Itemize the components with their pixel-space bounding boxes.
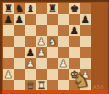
square-b8[interactable]: ♞ — [14, 3, 25, 14]
white-pawn[interactable]: ♟ — [58, 58, 69, 69]
black-pawn[interactable]: ♟ — [69, 25, 80, 36]
black-rook[interactable]: ♜ — [47, 3, 58, 14]
black-pawn[interactable]: ♟ — [14, 14, 25, 25]
window-bottom-edge — [0, 90, 109, 94]
square-e8[interactable]: ♜ — [47, 3, 58, 14]
black-pawn[interactable]: ♟ — [25, 47, 36, 58]
square-f3[interactable]: ♟ — [58, 58, 69, 69]
square-h8[interactable] — [80, 3, 91, 14]
white-pawn[interactable]: ♟ — [25, 58, 36, 69]
chess-app-window: ♜♞♝♜♚♟♟♟♟♟♞♟♟♟♟♟♚♟♛♜ ♞ A50 — [0, 0, 109, 94]
square-h3[interactable] — [80, 58, 91, 69]
square-f6[interactable] — [58, 25, 69, 36]
square-h5[interactable] — [80, 36, 91, 47]
square-d8[interactable] — [36, 3, 47, 14]
chess-board: ♜♞♝♜♚♟♟♟♟♟♞♟♟♟♟♟♚♟♛♜ — [3, 3, 91, 91]
square-e6[interactable] — [47, 25, 58, 36]
square-g4[interactable] — [69, 47, 80, 58]
square-c4[interactable]: ♟ — [25, 47, 36, 58]
black-king[interactable]: ♚ — [69, 3, 80, 14]
square-f8[interactable] — [58, 3, 69, 14]
square-b2[interactable] — [14, 69, 25, 80]
square-c6[interactable] — [25, 25, 36, 36]
white-pawn[interactable]: ♟ — [36, 36, 47, 47]
square-c8[interactable]: ♝ — [25, 3, 36, 14]
square-e2[interactable] — [47, 69, 58, 80]
square-h4[interactable] — [80, 47, 91, 58]
square-a6[interactable] — [3, 25, 14, 36]
square-c5[interactable] — [25, 36, 36, 47]
square-a3[interactable] — [3, 58, 14, 69]
white-pawn[interactable]: ♟ — [3, 69, 14, 80]
square-g3[interactable] — [69, 58, 80, 69]
square-e4[interactable] — [47, 47, 58, 58]
square-d3[interactable] — [36, 58, 47, 69]
white-pawn[interactable]: ♟ — [80, 69, 91, 80]
white-king[interactable]: ♚ — [69, 69, 80, 80]
square-a7[interactable]: ♟ — [3, 14, 14, 25]
square-h7[interactable]: ♟ — [80, 14, 91, 25]
black-bishop[interactable]: ♝ — [25, 3, 36, 14]
square-b6[interactable] — [14, 25, 25, 36]
square-c2[interactable] — [25, 69, 36, 80]
square-b4[interactable] — [14, 47, 25, 58]
black-pawn[interactable]: ♟ — [3, 14, 14, 25]
black-rook[interactable]: ♜ — [3, 3, 14, 14]
square-d7[interactable] — [36, 14, 47, 25]
square-a4[interactable] — [3, 47, 14, 58]
white-knight[interactable]: ♞ — [47, 36, 58, 47]
square-f5[interactable] — [58, 36, 69, 47]
square-d6[interactable] — [36, 25, 47, 36]
square-h2[interactable]: ♟ — [80, 69, 91, 80]
square-b5[interactable] — [14, 36, 25, 47]
square-e5[interactable]: ♞ — [47, 36, 58, 47]
square-f4[interactable] — [58, 47, 69, 58]
square-a2[interactable]: ♟ — [3, 69, 14, 80]
square-f7[interactable] — [58, 14, 69, 25]
square-g5[interactable] — [69, 36, 80, 47]
square-e7[interactable] — [47, 14, 58, 25]
square-h6[interactable] — [80, 25, 91, 36]
square-d2[interactable] — [36, 69, 47, 80]
square-d5[interactable]: ♟ — [36, 36, 47, 47]
square-b3[interactable] — [14, 58, 25, 69]
square-a8[interactable]: ♜ — [3, 3, 14, 14]
square-e3[interactable] — [47, 58, 58, 69]
square-b7[interactable]: ♟ — [14, 14, 25, 25]
square-g2[interactable]: ♚ — [69, 69, 80, 80]
black-pawn[interactable]: ♟ — [80, 14, 91, 25]
square-g7[interactable] — [69, 14, 80, 25]
square-c3[interactable]: ♟ — [25, 58, 36, 69]
square-g8[interactable]: ♚ — [69, 3, 80, 14]
square-f2[interactable] — [58, 69, 69, 80]
square-c7[interactable] — [25, 14, 36, 25]
square-g6[interactable]: ♟ — [69, 25, 80, 36]
square-d4[interactable]: ♟ — [36, 47, 47, 58]
white-pawn[interactable]: ♟ — [36, 47, 47, 58]
square-a5[interactable] — [3, 36, 14, 47]
black-knight[interactable]: ♞ — [14, 3, 25, 14]
